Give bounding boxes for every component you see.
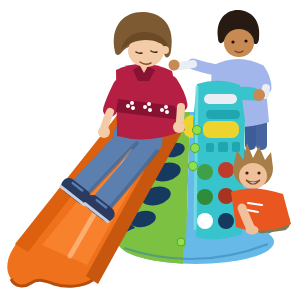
eye: [231, 40, 234, 43]
standing-child-undersleeve: [180, 64, 193, 66]
climbing-peg: [191, 144, 200, 153]
panel-hole: [197, 213, 213, 229]
panel-slot-small: [206, 143, 214, 152]
panel-slot-small: [232, 142, 240, 152]
climbing-peg: [189, 162, 198, 171]
panel-slot: [206, 110, 240, 119]
boy-right-hand: [173, 121, 185, 133]
eye: [245, 171, 248, 174]
crouching-child-face: [239, 163, 267, 189]
panel-hole: [218, 213, 234, 229]
panel-opening: [203, 121, 239, 138]
climbing-peg: [177, 238, 185, 246]
standing-child-right-cuff: [265, 88, 266, 95]
panel-hole: [197, 189, 213, 205]
panel-hole: [197, 164, 213, 180]
eye: [244, 39, 247, 42]
standing-child-left-hand: [169, 60, 180, 71]
boy-left-hand: [98, 126, 110, 138]
product-photo: [0, 0, 300, 300]
eye: [257, 171, 260, 174]
climbing-peg: [193, 126, 202, 135]
boy-right-forearm: [180, 107, 181, 121]
panel-highlight: [195, 86, 197, 230]
scene: [0, 0, 300, 300]
panel-slot-small: [218, 142, 228, 152]
panel-hole: [218, 162, 234, 178]
crouching-child-hand: [246, 226, 259, 235]
standing-child-right-hand: [253, 89, 265, 101]
panel-slot: [204, 94, 237, 104]
boy-ear: [161, 46, 169, 54]
